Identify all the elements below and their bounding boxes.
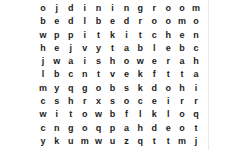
grid-cell[interactable]: o xyxy=(78,108,92,121)
grid-cell[interactable]: r xyxy=(147,2,161,15)
grid-cell[interactable]: d xyxy=(147,121,161,134)
grid-cell[interactable]: e xyxy=(161,42,175,55)
grid-cell[interactable]: l xyxy=(147,42,161,55)
grid-cell[interactable]: k xyxy=(133,68,147,81)
grid-cell[interactable]: n xyxy=(92,2,106,15)
grid-cell[interactable]: h xyxy=(36,42,50,55)
grid-cell[interactable]: e xyxy=(147,95,161,108)
grid-cell[interactable]: d xyxy=(120,15,134,28)
grid-cell[interactable]: e xyxy=(120,68,134,81)
grid-cell[interactable]: m xyxy=(78,135,92,148)
grid-cell[interactable]: h xyxy=(189,55,203,68)
grid-cell[interactable]: b xyxy=(50,68,64,81)
grid-cell[interactable]: b xyxy=(106,108,120,121)
grid-cell[interactable]: o xyxy=(175,108,189,121)
grid-cell[interactable]: w xyxy=(92,135,106,148)
grid-cell[interactable]: w xyxy=(36,29,50,42)
grid-cell[interactable]: b xyxy=(175,42,189,55)
grid-cell[interactable]: a xyxy=(120,121,134,134)
grid-cell[interactable]: k xyxy=(50,135,64,148)
grid-cell[interactable]: e xyxy=(147,55,161,68)
grid-cell[interactable]: s xyxy=(92,55,106,68)
grid-cell[interactable]: s xyxy=(50,95,64,108)
grid-cell[interactable]: o xyxy=(161,15,175,28)
grid-cell[interactable]: w xyxy=(50,55,64,68)
grid-cell[interactable]: c xyxy=(64,68,78,81)
grid-cell[interactable]: w xyxy=(92,108,106,121)
grid-cell[interactable]: u xyxy=(64,135,78,148)
grid-cell[interactable]: h xyxy=(161,29,175,42)
grid-cell[interactable]: o xyxy=(120,95,134,108)
grid-cell[interactable]: c xyxy=(36,95,50,108)
grid-cell[interactable]: q xyxy=(133,135,147,148)
grid-cell[interactable]: p xyxy=(64,29,78,42)
grid-cell[interactable]: j xyxy=(64,42,78,55)
grid-cell[interactable]: t xyxy=(92,68,106,81)
grid-cell[interactable]: o xyxy=(36,2,50,15)
grid-cell[interactable]: y xyxy=(36,135,50,148)
grid-cell[interactable]: k xyxy=(147,108,161,121)
grid-cell[interactable]: i xyxy=(50,108,64,121)
grid-cell[interactable]: m xyxy=(175,135,189,148)
grid-cell[interactable]: a xyxy=(64,55,78,68)
grid-cell[interactable]: o xyxy=(175,2,189,15)
grid-cell[interactable]: g xyxy=(64,121,78,134)
grid-cell[interactable]: i xyxy=(106,2,120,15)
grid-cell[interactable]: t xyxy=(106,42,120,55)
grid-cell[interactable]: n xyxy=(189,29,203,42)
grid-cell[interactable]: t xyxy=(64,108,78,121)
grid-cell[interactable]: d xyxy=(64,2,78,15)
grid-cell[interactable]: s xyxy=(120,82,134,95)
grid-cell[interactable]: w xyxy=(36,108,50,121)
grid-cell[interactable]: q xyxy=(189,108,203,121)
grid-cell[interactable]: h xyxy=(64,95,78,108)
grid-cell[interactable]: u xyxy=(106,135,120,148)
grid-cell[interactable]: r xyxy=(78,95,92,108)
grid-cell[interactable]: o xyxy=(92,82,106,95)
grid-cell[interactable]: o xyxy=(161,82,175,95)
grid-cell[interactable]: j xyxy=(189,135,203,148)
grid-cell[interactable]: k xyxy=(133,82,147,95)
grid-cell[interactable]: e xyxy=(106,15,120,28)
grid-cell[interactable]: v xyxy=(78,42,92,55)
grid-cell[interactable]: c xyxy=(36,121,50,134)
grid-cell[interactable]: v xyxy=(106,68,120,81)
page-edge-line xyxy=(208,0,209,150)
grid-cell[interactable]: c xyxy=(147,29,161,42)
grid-cell[interactable]: z xyxy=(120,135,134,148)
grid-cell[interactable]: o xyxy=(175,121,189,134)
grid-cell[interactable]: l xyxy=(133,108,147,121)
grid-cell[interactable]: b xyxy=(106,82,120,95)
grid-cell[interactable]: i xyxy=(78,29,92,42)
grid-cell[interactable]: q xyxy=(92,121,106,134)
grid-cell[interactable]: a xyxy=(189,68,203,81)
grid-cell[interactable]: o xyxy=(189,15,203,28)
grid-cell[interactable]: q xyxy=(64,82,78,95)
word-search-grid: ojdiningroombedlbedroomowppitkitchenhejv… xyxy=(36,2,203,148)
grid-cell[interactable]: w xyxy=(133,55,147,68)
grid-cell[interactable]: r xyxy=(189,95,203,108)
grid-cell[interactable]: i xyxy=(78,55,92,68)
grid-cell[interactable]: g xyxy=(78,82,92,95)
grid-cell[interactable]: o xyxy=(78,121,92,134)
grid-cell[interactable]: y xyxy=(92,42,106,55)
grid-cell[interactable]: b xyxy=(133,42,147,55)
grid-cell[interactable]: j xyxy=(36,55,50,68)
grid-cell[interactable]: e xyxy=(50,42,64,55)
grid-cell[interactable]: f xyxy=(120,108,134,121)
grid-cell[interactable]: m xyxy=(175,15,189,28)
grid-cell[interactable]: p xyxy=(106,121,120,134)
grid-cell[interactable]: t xyxy=(147,135,161,148)
grid-cell[interactable]: t xyxy=(92,29,106,42)
grid-cell[interactable]: t xyxy=(161,135,175,148)
grid-cell[interactable]: i xyxy=(189,82,203,95)
grid-cell[interactable]: o xyxy=(147,15,161,28)
grid-cell[interactable]: h xyxy=(133,121,147,134)
grid-cell[interactable]: o xyxy=(120,55,134,68)
grid-cell[interactable]: l xyxy=(36,68,50,81)
grid-cell[interactable]: i xyxy=(78,2,92,15)
grid-cell[interactable]: f xyxy=(147,68,161,81)
grid-cell[interactable]: i xyxy=(120,29,134,42)
grid-cell[interactable]: s xyxy=(106,95,120,108)
grid-cell[interactable]: c xyxy=(133,95,147,108)
grid-cell[interactable]: y xyxy=(50,82,64,95)
grid-cell[interactable]: n xyxy=(50,121,64,134)
grid-cell[interactable]: l xyxy=(161,108,175,121)
grid-cell[interactable]: i xyxy=(161,95,175,108)
grid-cell[interactable]: h xyxy=(106,55,120,68)
grid-cell[interactable]: o xyxy=(161,2,175,15)
grid-cell[interactable]: e xyxy=(161,121,175,134)
grid-cell[interactable]: d xyxy=(147,82,161,95)
grid-cell[interactable]: g xyxy=(133,2,147,15)
grid-cell[interactable]: m xyxy=(189,2,203,15)
grid-cell[interactable]: k xyxy=(106,29,120,42)
grid-cell[interactable]: a xyxy=(120,42,134,55)
grid-cell[interactable]: l xyxy=(78,15,92,28)
grid-cell[interactable]: p xyxy=(50,29,64,42)
grid-cell[interactable]: r xyxy=(175,95,189,108)
grid-cell[interactable]: a xyxy=(175,55,189,68)
grid-cell[interactable]: h xyxy=(175,82,189,95)
grid-cell[interactable]: e xyxy=(175,29,189,42)
grid-cell[interactable]: n xyxy=(120,2,134,15)
grid-cell[interactable]: m xyxy=(36,82,50,95)
grid-cell[interactable]: t xyxy=(175,68,189,81)
grid-cell[interactable]: e xyxy=(50,15,64,28)
grid-cell[interactable]: t xyxy=(189,121,203,134)
grid-cell[interactable]: r xyxy=(133,15,147,28)
grid-cell[interactable]: d xyxy=(64,15,78,28)
grid-cell[interactable]: x xyxy=(92,95,106,108)
grid-cell[interactable]: t xyxy=(161,68,175,81)
grid-cell[interactable]: r xyxy=(161,55,175,68)
grid-cell[interactable]: n xyxy=(78,68,92,81)
grid-cell[interactable]: b xyxy=(36,15,50,28)
grid-cell[interactable]: c xyxy=(189,42,203,55)
grid-cell[interactable]: j xyxy=(50,2,64,15)
grid-cell[interactable]: t xyxy=(133,29,147,42)
grid-cell[interactable]: b xyxy=(92,15,106,28)
